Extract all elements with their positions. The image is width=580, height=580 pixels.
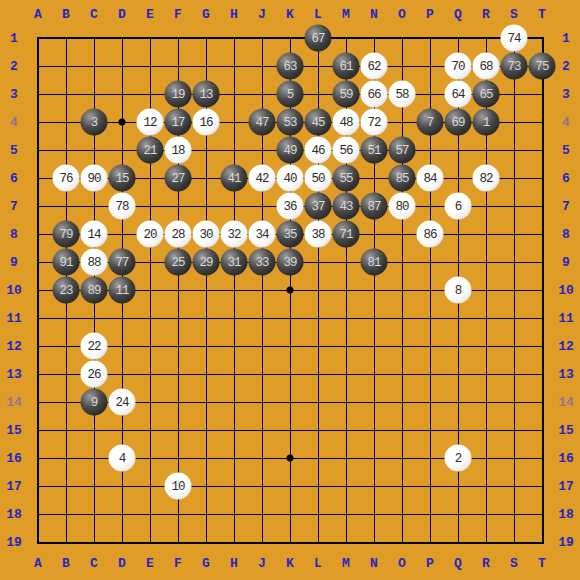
coord-label-top-J: J [258, 7, 266, 22]
grid-line-vertical [514, 38, 515, 542]
stone-black-3-C4: 3 [81, 109, 108, 136]
coord-label-top-H: H [230, 7, 238, 22]
coord-label-top-M: M [342, 7, 350, 22]
coord-label-top-K: K [286, 7, 294, 22]
stone-black-89-C10: 89 [81, 277, 108, 304]
coord-label-bottom-T: T [538, 556, 546, 571]
stone-white-90-C6: 90 [81, 165, 108, 192]
coord-label-bottom-A: A [34, 556, 42, 571]
stone-white-6-Q7: 6 [445, 193, 472, 220]
stone-white-40-K6: 40 [277, 165, 304, 192]
coord-label-right-19: 19 [558, 535, 574, 550]
stone-white-26-C13: 26 [81, 361, 108, 388]
coord-label-left-7: 7 [10, 199, 18, 214]
grid-line-horizontal [38, 318, 542, 319]
stone-black-65-R3: 65 [473, 81, 500, 108]
stone-white-28-F8: 28 [165, 221, 192, 248]
coord-label-right-9: 9 [562, 255, 570, 270]
coord-label-top-Q: Q [454, 7, 462, 22]
coord-label-bottom-G: G [202, 556, 210, 571]
coord-label-top-P: P [426, 7, 434, 22]
coord-label-left-4: 4 [10, 115, 18, 130]
grid-line-horizontal [38, 346, 542, 347]
stone-white-66-N3: 66 [361, 81, 388, 108]
star-point-K16 [287, 455, 294, 462]
stone-black-61-M2: 61 [333, 53, 360, 80]
coord-label-right-6: 6 [562, 171, 570, 186]
coord-label-right-13: 13 [558, 367, 574, 382]
coord-label-left-5: 5 [10, 143, 18, 158]
coord-label-left-13: 13 [6, 367, 22, 382]
stone-white-16-G4: 16 [193, 109, 220, 136]
stone-white-42-J6: 42 [249, 165, 276, 192]
stone-black-91-B9: 91 [53, 249, 80, 276]
stone-black-47-J4: 47 [249, 109, 276, 136]
stone-black-41-H6: 41 [221, 165, 248, 192]
coord-label-right-3: 3 [562, 87, 570, 102]
stone-black-69-Q4: 69 [445, 109, 472, 136]
stone-black-45-L4: 45 [305, 109, 332, 136]
stone-white-70-Q2: 70 [445, 53, 472, 80]
stone-black-55-M6: 55 [333, 165, 360, 192]
stone-white-74-S1: 74 [501, 25, 528, 52]
coord-label-right-5: 5 [562, 143, 570, 158]
grid-line-horizontal [38, 430, 542, 431]
coord-label-right-2: 2 [562, 59, 570, 74]
coord-label-bottom-R: R [482, 556, 490, 571]
star-point-D4 [119, 119, 126, 126]
stone-black-49-K5: 49 [277, 137, 304, 164]
stone-black-5-K3: 5 [277, 81, 304, 108]
coord-label-bottom-N: N [370, 556, 378, 571]
coord-label-right-10: 10 [558, 283, 574, 298]
coord-label-top-N: N [370, 7, 378, 22]
grid-line-horizontal [38, 542, 542, 543]
stone-white-12-E4: 12 [137, 109, 164, 136]
coord-label-left-8: 8 [10, 227, 18, 242]
coord-label-right-15: 15 [558, 423, 574, 438]
stone-white-32-H8: 32 [221, 221, 248, 248]
coord-label-right-12: 12 [558, 339, 574, 354]
coord-label-top-R: R [482, 7, 490, 22]
stone-black-23-B10: 23 [53, 277, 80, 304]
coord-label-left-12: 12 [6, 339, 22, 354]
coord-label-top-B: B [62, 7, 70, 22]
coord-label-bottom-O: O [398, 556, 406, 571]
stone-black-67-L1: 67 [305, 25, 332, 52]
coord-label-left-16: 16 [6, 451, 22, 466]
coord-label-left-10: 10 [6, 283, 22, 298]
stone-white-84-P6: 84 [417, 165, 444, 192]
coord-label-top-C: C [90, 7, 98, 22]
coord-label-left-17: 17 [6, 479, 22, 494]
coord-label-left-19: 19 [6, 535, 22, 550]
coord-label-right-4: 4 [562, 115, 570, 130]
stone-black-25-F9: 25 [165, 249, 192, 276]
grid-line-vertical [402, 38, 403, 542]
coord-label-bottom-S: S [510, 556, 518, 571]
coord-label-top-E: E [146, 7, 154, 22]
stone-white-80-O7: 80 [389, 193, 416, 220]
coord-label-bottom-Q: Q [454, 556, 462, 571]
stone-black-81-N9: 81 [361, 249, 388, 276]
coord-label-bottom-P: P [426, 556, 434, 571]
grid-line-vertical [542, 38, 543, 542]
coord-label-left-6: 6 [10, 171, 18, 186]
coord-label-bottom-M: M [342, 556, 350, 571]
stone-white-72-N4: 72 [361, 109, 388, 136]
stone-black-9-C14: 9 [81, 389, 108, 416]
coord-label-top-O: O [398, 7, 406, 22]
coord-label-right-16: 16 [558, 451, 574, 466]
stone-white-10-F17: 10 [165, 473, 192, 500]
coord-label-bottom-K: K [286, 556, 294, 571]
stone-white-4-D16: 4 [109, 445, 136, 472]
stone-white-68-R2: 68 [473, 53, 500, 80]
stone-white-46-L5: 46 [305, 137, 332, 164]
stone-white-2-Q16: 2 [445, 445, 472, 472]
stone-white-8-Q10: 8 [445, 277, 472, 304]
coord-label-left-15: 15 [6, 423, 22, 438]
stone-white-36-K7: 36 [277, 193, 304, 220]
coord-label-right-14: 14 [558, 395, 574, 410]
stone-black-21-E5: 21 [137, 137, 164, 164]
stone-black-13-G3: 13 [193, 81, 220, 108]
grid-line-horizontal [38, 486, 542, 487]
stone-white-20-E8: 20 [137, 221, 164, 248]
stone-black-37-L7: 37 [305, 193, 332, 220]
coord-label-left-9: 9 [10, 255, 18, 270]
go-board[interactable]: AABBCCDDEEFFGGHHJJKKLLMMNNOOPPQQRRSSTT11… [0, 0, 580, 580]
stone-white-38-L8: 38 [305, 221, 332, 248]
stone-black-39-K9: 39 [277, 249, 304, 276]
coord-label-right-17: 17 [558, 479, 574, 494]
coord-label-left-2: 2 [10, 59, 18, 74]
grid-line-horizontal [38, 374, 542, 375]
stone-white-18-F5: 18 [165, 137, 192, 164]
stone-white-62-N2: 62 [361, 53, 388, 80]
stone-black-27-F6: 27 [165, 165, 192, 192]
stone-white-30-G8: 30 [193, 221, 220, 248]
stone-black-85-O6: 85 [389, 165, 416, 192]
coord-label-bottom-J: J [258, 556, 266, 571]
coord-label-right-7: 7 [562, 199, 570, 214]
stone-white-48-M4: 48 [333, 109, 360, 136]
stone-white-88-C9: 88 [81, 249, 108, 276]
coord-label-top-F: F [174, 7, 182, 22]
coord-label-top-L: L [314, 7, 322, 22]
stone-black-43-M7: 43 [333, 193, 360, 220]
coord-label-bottom-E: E [146, 556, 154, 571]
grid-line-horizontal [38, 514, 542, 515]
stone-white-56-M5: 56 [333, 137, 360, 164]
stone-black-51-N5: 51 [361, 137, 388, 164]
stone-black-33-J9: 33 [249, 249, 276, 276]
coord-label-right-8: 8 [562, 227, 570, 242]
stone-black-57-O5: 57 [389, 137, 416, 164]
stone-white-22-C12: 22 [81, 333, 108, 360]
stone-black-79-B8: 79 [53, 221, 80, 248]
stone-black-15-D6: 15 [109, 165, 136, 192]
stone-black-73-S2: 73 [501, 53, 528, 80]
coord-label-right-18: 18 [558, 507, 574, 522]
coord-label-right-11: 11 [558, 311, 574, 326]
stone-white-64-Q3: 64 [445, 81, 472, 108]
coord-label-left-14: 14 [6, 395, 22, 410]
stone-black-63-K2: 63 [277, 53, 304, 80]
stone-white-82-R6: 82 [473, 165, 500, 192]
coord-label-bottom-D: D [118, 556, 126, 571]
stone-white-78-D7: 78 [109, 193, 136, 220]
stone-white-24-D14: 24 [109, 389, 136, 416]
stone-black-1-R4: 1 [473, 109, 500, 136]
stone-black-59-M3: 59 [333, 81, 360, 108]
coord-label-top-D: D [118, 7, 126, 22]
stone-white-76-B6: 76 [53, 165, 80, 192]
stone-black-17-F4: 17 [165, 109, 192, 136]
coord-label-top-A: A [34, 7, 42, 22]
coord-label-left-3: 3 [10, 87, 18, 102]
star-point-K10 [287, 287, 294, 294]
stone-black-53-K4: 53 [277, 109, 304, 136]
stone-black-29-G9: 29 [193, 249, 220, 276]
coord-label-bottom-F: F [174, 556, 182, 571]
coord-label-right-1: 1 [562, 31, 570, 46]
stone-white-14-C8: 14 [81, 221, 108, 248]
stone-white-86-P8: 86 [417, 221, 444, 248]
stone-black-19-F3: 19 [165, 81, 192, 108]
stone-black-77-D9: 77 [109, 249, 136, 276]
stone-white-58-O3: 58 [389, 81, 416, 108]
coord-label-bottom-L: L [314, 556, 322, 571]
coord-label-left-18: 18 [6, 507, 22, 522]
coord-label-top-S: S [510, 7, 518, 22]
coord-label-left-11: 11 [6, 311, 22, 326]
stone-white-50-L6: 50 [305, 165, 332, 192]
stone-black-7-P4: 7 [417, 109, 444, 136]
coord-label-left-1: 1 [10, 31, 18, 46]
coord-label-bottom-C: C [90, 556, 98, 571]
stone-black-87-N7: 87 [361, 193, 388, 220]
stone-black-71-M8: 71 [333, 221, 360, 248]
stone-black-35-K8: 35 [277, 221, 304, 248]
coord-label-top-T: T [538, 7, 546, 22]
coord-label-top-G: G [202, 7, 210, 22]
stone-black-31-H9: 31 [221, 249, 248, 276]
coord-label-bottom-B: B [62, 556, 70, 571]
stone-white-34-J8: 34 [249, 221, 276, 248]
coord-label-bottom-H: H [230, 556, 238, 571]
stone-black-75-T2: 75 [529, 53, 556, 80]
stone-black-11-D10: 11 [109, 277, 136, 304]
